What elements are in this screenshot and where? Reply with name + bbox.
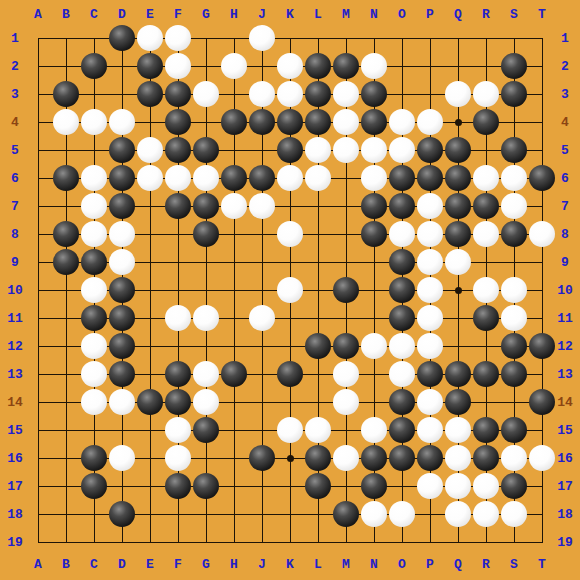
black-stone (361, 193, 387, 219)
black-stone (109, 25, 135, 51)
white-stone (473, 473, 499, 499)
row-label-right: 8 (561, 227, 569, 242)
black-stone (501, 361, 527, 387)
column-label-top: P (426, 7, 434, 22)
white-stone (417, 333, 443, 359)
row-label-left: 10 (7, 283, 23, 298)
white-stone (445, 81, 471, 107)
white-stone (501, 305, 527, 331)
white-stone (193, 389, 219, 415)
hoshi-point (455, 119, 462, 126)
white-stone (165, 305, 191, 331)
column-label-top: H (230, 7, 238, 22)
white-stone (417, 473, 443, 499)
black-stone (109, 361, 135, 387)
row-label-right: 1 (561, 31, 569, 46)
white-stone (361, 53, 387, 79)
black-stone (165, 361, 191, 387)
black-stone (81, 53, 107, 79)
black-stone (389, 417, 415, 443)
black-stone (473, 193, 499, 219)
white-stone (473, 501, 499, 527)
row-label-left: 14 (7, 395, 23, 410)
black-stone (193, 473, 219, 499)
black-stone (109, 501, 135, 527)
black-stone (221, 109, 247, 135)
white-stone (305, 165, 331, 191)
white-stone (445, 249, 471, 275)
white-stone (417, 193, 443, 219)
white-stone (249, 193, 275, 219)
row-label-right: 11 (557, 311, 573, 326)
white-stone (221, 53, 247, 79)
white-stone (389, 137, 415, 163)
column-label-top: J (258, 7, 266, 22)
row-label-left: 17 (7, 479, 23, 494)
black-stone (529, 165, 555, 191)
white-stone (333, 81, 359, 107)
white-stone (81, 277, 107, 303)
black-stone (249, 165, 275, 191)
black-stone (305, 333, 331, 359)
white-stone (305, 137, 331, 163)
column-label-bottom: T (538, 557, 546, 572)
white-stone (333, 137, 359, 163)
black-stone (501, 417, 527, 443)
black-stone (305, 445, 331, 471)
black-stone (137, 81, 163, 107)
column-label-top: B (62, 7, 70, 22)
column-label-bottom: E (146, 557, 154, 572)
black-stone (53, 81, 79, 107)
white-stone (193, 361, 219, 387)
black-stone (501, 473, 527, 499)
goban[interactable]: AABBCCDDEEFFGGHHJJKKLLMMNNOOPPQQRRSSTT11… (0, 0, 580, 580)
black-stone (445, 137, 471, 163)
row-label-left: 13 (7, 367, 23, 382)
black-stone (501, 81, 527, 107)
white-stone (501, 501, 527, 527)
column-label-bottom: O (398, 557, 406, 572)
row-label-left: 12 (7, 339, 23, 354)
white-stone (165, 445, 191, 471)
white-stone (277, 53, 303, 79)
black-stone (389, 389, 415, 415)
black-stone (445, 221, 471, 247)
white-stone (445, 445, 471, 471)
black-stone (417, 445, 443, 471)
row-label-left: 3 (11, 87, 19, 102)
column-label-bottom: Q (454, 557, 462, 572)
column-label-bottom: B (62, 557, 70, 572)
white-stone (137, 165, 163, 191)
row-label-right: 2 (561, 59, 569, 74)
black-stone (501, 333, 527, 359)
column-label-top: A (34, 7, 42, 22)
black-stone (473, 305, 499, 331)
white-stone (417, 417, 443, 443)
white-stone (249, 81, 275, 107)
white-stone (109, 389, 135, 415)
black-stone (81, 305, 107, 331)
column-label-bottom: A (34, 557, 42, 572)
black-stone (305, 109, 331, 135)
white-stone (137, 25, 163, 51)
white-stone (109, 445, 135, 471)
black-stone (277, 137, 303, 163)
white-stone (361, 417, 387, 443)
white-stone (333, 361, 359, 387)
white-stone (277, 221, 303, 247)
column-label-bottom: J (258, 557, 266, 572)
black-stone (389, 305, 415, 331)
white-stone (361, 137, 387, 163)
black-stone (389, 165, 415, 191)
white-stone (81, 221, 107, 247)
white-stone (389, 109, 415, 135)
black-stone (473, 445, 499, 471)
white-stone (417, 221, 443, 247)
black-stone (81, 445, 107, 471)
black-stone (473, 361, 499, 387)
white-stone (473, 81, 499, 107)
black-stone (137, 53, 163, 79)
white-stone (109, 249, 135, 275)
row-label-right: 7 (561, 199, 569, 214)
column-label-bottom: H (230, 557, 238, 572)
black-stone (389, 193, 415, 219)
black-stone (417, 165, 443, 191)
black-stone (109, 193, 135, 219)
white-stone (165, 53, 191, 79)
white-stone (81, 389, 107, 415)
white-stone (277, 277, 303, 303)
white-stone (81, 333, 107, 359)
column-label-top: M (342, 7, 350, 22)
column-label-top: F (174, 7, 182, 22)
white-stone (389, 361, 415, 387)
row-label-right: 19 (557, 535, 573, 550)
column-label-top: K (286, 7, 294, 22)
column-label-top: S (510, 7, 518, 22)
row-label-right: 3 (561, 87, 569, 102)
white-stone (501, 165, 527, 191)
white-stone (361, 333, 387, 359)
black-stone (165, 137, 191, 163)
row-label-right: 14 (557, 395, 573, 410)
column-label-top: G (202, 7, 210, 22)
black-stone (361, 445, 387, 471)
white-stone (501, 277, 527, 303)
black-stone (305, 473, 331, 499)
black-stone (165, 473, 191, 499)
white-stone (165, 165, 191, 191)
white-stone (277, 165, 303, 191)
white-stone (473, 165, 499, 191)
white-stone (417, 277, 443, 303)
row-label-left: 4 (11, 115, 19, 130)
black-stone (501, 221, 527, 247)
black-stone (389, 249, 415, 275)
black-stone (109, 165, 135, 191)
black-stone (277, 109, 303, 135)
column-label-top: R (482, 7, 490, 22)
black-stone (53, 249, 79, 275)
black-stone (277, 361, 303, 387)
white-stone (165, 417, 191, 443)
column-label-top: T (538, 7, 546, 22)
white-stone (361, 165, 387, 191)
black-stone (417, 137, 443, 163)
row-label-left: 5 (11, 143, 19, 158)
black-stone (165, 193, 191, 219)
black-stone (109, 305, 135, 331)
row-label-left: 1 (11, 31, 19, 46)
white-stone (81, 193, 107, 219)
row-label-left: 11 (7, 311, 23, 326)
column-label-bottom: K (286, 557, 294, 572)
black-stone (333, 333, 359, 359)
black-stone (361, 109, 387, 135)
white-stone (277, 81, 303, 107)
black-stone (165, 81, 191, 107)
black-stone (81, 473, 107, 499)
column-label-top: N (370, 7, 378, 22)
column-label-top: D (118, 7, 126, 22)
white-stone (473, 277, 499, 303)
row-label-right: 6 (561, 171, 569, 186)
black-stone (529, 333, 555, 359)
black-stone (529, 389, 555, 415)
black-stone (389, 445, 415, 471)
black-stone (333, 501, 359, 527)
black-stone (445, 193, 471, 219)
white-stone (137, 137, 163, 163)
white-stone (361, 501, 387, 527)
white-stone (445, 473, 471, 499)
white-stone (249, 25, 275, 51)
white-stone (529, 445, 555, 471)
column-label-top: C (90, 7, 98, 22)
white-stone (389, 333, 415, 359)
row-label-right: 5 (561, 143, 569, 158)
black-stone (473, 417, 499, 443)
column-label-bottom: L (314, 557, 322, 572)
white-stone (81, 109, 107, 135)
white-stone (249, 305, 275, 331)
white-stone (53, 109, 79, 135)
row-label-left: 19 (7, 535, 23, 550)
column-label-bottom: M (342, 557, 350, 572)
black-stone (193, 417, 219, 443)
black-stone (193, 193, 219, 219)
white-stone (333, 445, 359, 471)
white-stone (473, 221, 499, 247)
white-stone (501, 445, 527, 471)
black-stone (305, 53, 331, 79)
black-stone (165, 109, 191, 135)
white-stone (417, 389, 443, 415)
grid-line-horizontal (38, 542, 543, 543)
hoshi-point (287, 455, 294, 462)
white-stone (501, 193, 527, 219)
black-stone (417, 361, 443, 387)
row-label-left: 18 (7, 507, 23, 522)
white-stone (193, 81, 219, 107)
column-label-bottom: R (482, 557, 490, 572)
row-label-left: 15 (7, 423, 23, 438)
row-label-left: 9 (11, 255, 19, 270)
white-stone (109, 221, 135, 247)
black-stone (333, 277, 359, 303)
column-label-bottom: S (510, 557, 518, 572)
white-stone (109, 109, 135, 135)
white-stone (389, 221, 415, 247)
white-stone (529, 221, 555, 247)
row-label-left: 7 (11, 199, 19, 214)
black-stone (109, 333, 135, 359)
white-stone (193, 305, 219, 331)
black-stone (221, 165, 247, 191)
column-label-top: L (314, 7, 322, 22)
white-stone (445, 501, 471, 527)
black-stone (53, 221, 79, 247)
black-stone (165, 389, 191, 415)
column-label-bottom: C (90, 557, 98, 572)
black-stone (137, 389, 163, 415)
white-stone (305, 417, 331, 443)
hoshi-point (455, 287, 462, 294)
white-stone (417, 249, 443, 275)
black-stone (361, 473, 387, 499)
white-stone (417, 305, 443, 331)
column-label-bottom: N (370, 557, 378, 572)
black-stone (109, 277, 135, 303)
column-label-bottom: D (118, 557, 126, 572)
row-label-right: 13 (557, 367, 573, 382)
row-label-left: 2 (11, 59, 19, 74)
black-stone (445, 165, 471, 191)
row-label-left: 16 (7, 451, 23, 466)
row-label-left: 6 (11, 171, 19, 186)
black-stone (445, 389, 471, 415)
black-stone (501, 53, 527, 79)
black-stone (193, 221, 219, 247)
black-stone (221, 361, 247, 387)
row-label-right: 4 (561, 115, 569, 130)
black-stone (389, 277, 415, 303)
row-label-left: 8 (11, 227, 19, 242)
black-stone (53, 165, 79, 191)
row-label-right: 9 (561, 255, 569, 270)
row-label-right: 18 (557, 507, 573, 522)
column-label-top: Q (454, 7, 462, 22)
white-stone (221, 193, 247, 219)
column-label-top: E (146, 7, 154, 22)
white-stone (333, 109, 359, 135)
column-label-bottom: P (426, 557, 434, 572)
white-stone (165, 25, 191, 51)
black-stone (249, 109, 275, 135)
white-stone (81, 165, 107, 191)
black-stone (445, 361, 471, 387)
row-label-right: 15 (557, 423, 573, 438)
black-stone (473, 109, 499, 135)
row-label-right: 12 (557, 339, 573, 354)
white-stone (81, 361, 107, 387)
column-label-bottom: F (174, 557, 182, 572)
black-stone (109, 137, 135, 163)
black-stone (81, 249, 107, 275)
black-stone (249, 445, 275, 471)
black-stone (333, 53, 359, 79)
white-stone (277, 417, 303, 443)
white-stone (193, 165, 219, 191)
white-stone (389, 501, 415, 527)
white-stone (417, 109, 443, 135)
black-stone (305, 81, 331, 107)
row-label-right: 16 (557, 451, 573, 466)
black-stone (193, 137, 219, 163)
row-label-right: 17 (557, 479, 573, 494)
row-label-right: 10 (557, 283, 573, 298)
black-stone (361, 221, 387, 247)
white-stone (445, 417, 471, 443)
column-label-top: O (398, 7, 406, 22)
white-stone (333, 389, 359, 415)
black-stone (501, 137, 527, 163)
black-stone (361, 81, 387, 107)
column-label-bottom: G (202, 557, 210, 572)
